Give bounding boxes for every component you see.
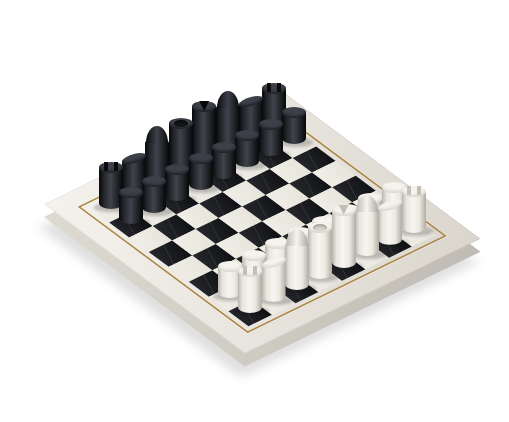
piece-black-pawn-a7[interactable] <box>119 192 143 224</box>
rook-crenellation-slot <box>417 186 421 195</box>
piece-body <box>285 244 309 290</box>
piece-black-pawn-e7[interactable] <box>212 147 236 179</box>
bishop-dome-top <box>217 91 239 108</box>
bishop-dome-top <box>146 126 168 143</box>
product-photo-stage <box>0 0 509 422</box>
piece-body <box>238 271 262 313</box>
piece-body <box>355 210 379 256</box>
piece-white-knight-g1[interactable] <box>378 201 402 245</box>
piece-top-face <box>262 83 286 94</box>
piece-top-face <box>119 187 143 198</box>
piece-top-face <box>189 153 213 164</box>
piece-white-rook-h1[interactable] <box>402 191 426 233</box>
rook-crenellation-slot <box>407 186 411 195</box>
piece-white-bishop-c1[interactable] <box>285 244 309 290</box>
piece-black-pawn-c7[interactable] <box>165 169 189 201</box>
rook-crenellation-slot <box>104 162 108 171</box>
piece-white-rook-a1[interactable] <box>238 271 262 313</box>
rook-crenellation-slot <box>253 266 257 275</box>
piece-body <box>332 210 356 268</box>
piece-body <box>402 191 426 233</box>
piece-black-pawn-h7[interactable] <box>282 112 306 144</box>
rook-crenellation-slot <box>243 266 247 275</box>
piece-white-king-e1[interactable] <box>332 210 356 268</box>
rook-crenellation-slot <box>267 83 271 92</box>
piece-white-bishop-f1[interactable] <box>355 210 379 256</box>
piece-black-pawn-b7[interactable] <box>142 181 166 213</box>
rook-crenellation-slot <box>114 162 118 171</box>
piece-white-queen-d1[interactable] <box>308 227 332 279</box>
piece-black-pawn-f7[interactable] <box>235 135 259 167</box>
piece-top-face <box>212 142 236 153</box>
piece-body <box>308 227 332 279</box>
piece-black-pawn-g7[interactable] <box>259 124 283 156</box>
rook-crenellation-slot <box>277 83 281 92</box>
piece-white-knight-b1[interactable] <box>262 258 286 302</box>
piece-top-face <box>259 119 283 130</box>
piece-black-pawn-d7[interactable] <box>189 158 213 190</box>
piece-top-face <box>142 176 166 187</box>
